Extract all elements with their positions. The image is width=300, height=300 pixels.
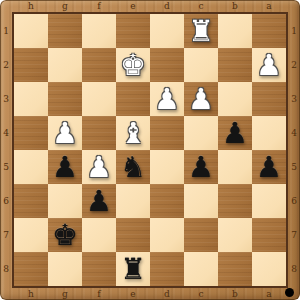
square-d1[interactable]	[150, 14, 184, 48]
piece-black-pawn[interactable]: ♟	[86, 184, 112, 218]
file-label-bottom-e: e	[116, 288, 150, 300]
square-b8[interactable]	[218, 252, 252, 286]
file-label-bottom-h: h	[14, 288, 48, 300]
square-h5[interactable]	[14, 150, 48, 184]
file-label-top-h: h	[14, 0, 48, 12]
square-g4[interactable]: ♟	[48, 116, 82, 150]
square-f7[interactable]	[82, 218, 116, 252]
square-d5[interactable]	[150, 150, 184, 184]
square-g2[interactable]	[48, 48, 82, 82]
rank-label-left-8: 8	[0, 252, 12, 286]
square-e4[interactable]: ♝	[116, 116, 150, 150]
square-h1[interactable]	[14, 14, 48, 48]
square-g5[interactable]: ♟	[48, 150, 82, 184]
square-d4[interactable]	[150, 116, 184, 150]
square-f1[interactable]	[82, 14, 116, 48]
square-c2[interactable]	[184, 48, 218, 82]
rank-label-right-8: 8	[288, 252, 300, 286]
rank-label-right-4: 4	[288, 116, 300, 150]
file-label-bottom-f: f	[82, 288, 116, 300]
square-e6[interactable]	[116, 184, 150, 218]
square-a5[interactable]: ♟	[252, 150, 286, 184]
piece-black-rook[interactable]: ♜	[120, 252, 146, 286]
file-label-top-f: f	[82, 0, 116, 12]
file-label-bottom-d: d	[150, 288, 184, 300]
rank-labels-left: 12345678	[0, 14, 12, 286]
square-h2[interactable]	[14, 48, 48, 82]
piece-black-pawn[interactable]: ♟	[52, 150, 78, 184]
square-h7[interactable]	[14, 218, 48, 252]
square-b3[interactable]	[218, 82, 252, 116]
rank-label-right-6: 6	[288, 184, 300, 218]
file-label-top-e: e	[116, 0, 150, 12]
square-g3[interactable]	[48, 82, 82, 116]
piece-white-rook[interactable]: ♜	[188, 14, 214, 48]
rank-label-right-7: 7	[288, 218, 300, 252]
square-h3[interactable]	[14, 82, 48, 116]
board-grid: ♜♚♟♟♟♟♝♟♟♟♞♟♟♟♚♜	[12, 12, 288, 288]
chess-board-frame: hgfedcba hgfedcba 12345678 12345678 ♜♚♟♟…	[0, 0, 300, 300]
square-a4[interactable]	[252, 116, 286, 150]
square-f3[interactable]	[82, 82, 116, 116]
side-to-move-indicator	[285, 288, 294, 297]
rank-label-right-5: 5	[288, 150, 300, 184]
piece-black-pawn[interactable]: ♟	[222, 116, 248, 150]
square-h8[interactable]	[14, 252, 48, 286]
square-e2[interactable]: ♚	[116, 48, 150, 82]
rank-label-right-2: 2	[288, 48, 300, 82]
piece-white-pawn[interactable]: ♟	[154, 82, 180, 116]
file-labels-top: hgfedcba	[14, 0, 286, 12]
piece-black-pawn[interactable]: ♟	[188, 150, 214, 184]
rank-label-left-7: 7	[0, 218, 12, 252]
square-h4[interactable]	[14, 116, 48, 150]
piece-black-king[interactable]: ♚	[52, 218, 78, 252]
square-d7[interactable]	[150, 218, 184, 252]
file-label-top-d: d	[150, 0, 184, 12]
square-c7[interactable]	[184, 218, 218, 252]
piece-black-knight[interactable]: ♞	[120, 150, 146, 184]
square-b6[interactable]	[218, 184, 252, 218]
square-b4[interactable]: ♟	[218, 116, 252, 150]
square-a1[interactable]	[252, 14, 286, 48]
square-a8[interactable]	[252, 252, 286, 286]
file-labels-bottom: hgfedcba	[14, 288, 286, 300]
square-a3[interactable]	[252, 82, 286, 116]
square-b5[interactable]	[218, 150, 252, 184]
square-e5[interactable]: ♞	[116, 150, 150, 184]
file-label-bottom-a: a	[252, 288, 286, 300]
square-g1[interactable]	[48, 14, 82, 48]
rank-label-left-1: 1	[0, 14, 12, 48]
square-c5[interactable]: ♟	[184, 150, 218, 184]
square-f5[interactable]: ♟	[82, 150, 116, 184]
square-h6[interactable]	[14, 184, 48, 218]
square-b1[interactable]	[218, 14, 252, 48]
square-f2[interactable]	[82, 48, 116, 82]
square-a2[interactable]: ♟	[252, 48, 286, 82]
rank-label-left-3: 3	[0, 82, 12, 116]
piece-white-pawn[interactable]: ♟	[188, 82, 214, 116]
rank-labels-right: 12345678	[288, 14, 300, 286]
file-label-top-b: b	[218, 0, 252, 12]
square-c3[interactable]: ♟	[184, 82, 218, 116]
square-f6[interactable]: ♟	[82, 184, 116, 218]
rank-label-left-4: 4	[0, 116, 12, 150]
file-label-bottom-c: c	[184, 288, 218, 300]
square-d3[interactable]: ♟	[150, 82, 184, 116]
square-f8[interactable]	[82, 252, 116, 286]
rank-label-right-1: 1	[288, 14, 300, 48]
piece-white-pawn[interactable]: ♟	[86, 150, 112, 184]
square-c8[interactable]	[184, 252, 218, 286]
square-g6[interactable]	[48, 184, 82, 218]
square-d6[interactable]	[150, 184, 184, 218]
piece-white-king[interactable]: ♚	[120, 48, 146, 82]
piece-white-pawn[interactable]: ♟	[52, 116, 78, 150]
rank-label-left-6: 6	[0, 184, 12, 218]
square-a6[interactable]	[252, 184, 286, 218]
square-b2[interactable]	[218, 48, 252, 82]
square-e7[interactable]	[116, 218, 150, 252]
square-d8[interactable]	[150, 252, 184, 286]
square-d2[interactable]	[150, 48, 184, 82]
piece-white-bishop[interactable]: ♝	[120, 116, 146, 150]
rank-label-left-2: 2	[0, 48, 12, 82]
square-b7[interactable]	[218, 218, 252, 252]
square-f4[interactable]	[82, 116, 116, 150]
square-e3[interactable]	[116, 82, 150, 116]
square-g8[interactable]	[48, 252, 82, 286]
file-label-bottom-b: b	[218, 288, 252, 300]
square-c6[interactable]	[184, 184, 218, 218]
rank-label-left-5: 5	[0, 150, 12, 184]
piece-black-pawn[interactable]: ♟	[256, 150, 282, 184]
square-c1[interactable]: ♜	[184, 14, 218, 48]
square-e8[interactable]: ♜	[116, 252, 150, 286]
file-label-top-g: g	[48, 0, 82, 12]
piece-white-pawn[interactable]: ♟	[256, 48, 282, 82]
rank-label-right-3: 3	[288, 82, 300, 116]
square-c4[interactable]	[184, 116, 218, 150]
file-label-top-a: a	[252, 0, 286, 12]
square-e1[interactable]	[116, 14, 150, 48]
file-label-bottom-g: g	[48, 288, 82, 300]
square-a7[interactable]	[252, 218, 286, 252]
square-g7[interactable]: ♚	[48, 218, 82, 252]
file-label-top-c: c	[184, 0, 218, 12]
